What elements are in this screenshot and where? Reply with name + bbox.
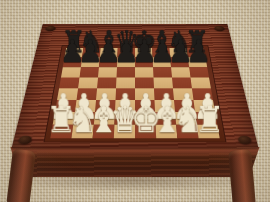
square-e8: ♚	[135, 48, 153, 57]
square-c5	[97, 78, 116, 89]
square-b2: ♟	[73, 112, 95, 125]
square-e2: ♟	[135, 112, 156, 125]
square-a5	[59, 78, 79, 89]
square-f8: ♝	[152, 48, 170, 57]
corner-knob-bottom-left	[18, 136, 33, 145]
square-c4	[96, 88, 116, 99]
chess-board: ♜♞♝♛♚♝♞♜♟♟♟♟♟♟♟♟♟♟♟♟♟♟♟♟♜♞♝♛♚♝♞♜	[50, 48, 219, 138]
square-e7: ♟	[135, 57, 153, 67]
square-a1: ♜	[50, 125, 73, 139]
square-e1: ♚	[135, 125, 156, 139]
square-a6	[61, 67, 81, 77]
square-h2: ♟	[195, 112, 217, 125]
square-d3	[115, 100, 135, 112]
square-c6	[98, 67, 117, 77]
square-g2: ♟	[175, 112, 197, 125]
square-h6	[189, 67, 209, 77]
square-a7: ♟	[63, 57, 82, 67]
board-frame: ♜♞♝♛♚♝♞♜♟♟♟♟♟♟♟♟♟♟♟♟♟♟♟♟♜♞♝♛♚♝♞♜	[43, 45, 226, 142]
piece-black-rook: ♜	[184, 26, 209, 56]
square-g4	[173, 88, 193, 99]
square-b7: ♟	[81, 57, 100, 67]
square-e5	[135, 78, 154, 89]
square-g1: ♞	[176, 125, 198, 139]
square-f1: ♝	[156, 125, 178, 139]
square-b5	[78, 78, 98, 89]
square-c1: ♝	[93, 125, 115, 139]
square-c8: ♝	[100, 48, 118, 57]
square-a3	[55, 100, 77, 112]
square-f2: ♟	[155, 112, 176, 125]
square-d1: ♛	[114, 125, 135, 139]
square-c3	[95, 100, 116, 112]
square-b4	[77, 88, 97, 99]
square-d2: ♟	[114, 112, 135, 125]
square-g8: ♞	[169, 48, 187, 57]
square-g5	[172, 78, 192, 89]
square-h7: ♟	[188, 57, 207, 67]
square-a8: ♜	[65, 48, 84, 57]
square-b3	[75, 100, 96, 112]
square-f4	[154, 88, 174, 99]
corner-knob-top-left	[45, 26, 56, 31]
corner-knob-bottom-right	[237, 136, 252, 145]
table-top: ♜♞♝♛♚♝♞♜♟♟♟♟♟♟♟♟♟♟♟♟♟♟♟♟♜♞♝♛♚♝♞♜	[12, 24, 259, 148]
square-h3	[193, 100, 215, 112]
square-g3	[174, 100, 195, 112]
square-d6	[116, 67, 135, 77]
square-f7: ♟	[153, 57, 171, 67]
square-d7: ♟	[117, 57, 135, 67]
square-b6	[79, 67, 98, 77]
square-d8: ♛	[117, 48, 135, 57]
table-apron	[8, 147, 262, 177]
square-b1: ♞	[71, 125, 93, 139]
square-f6	[153, 67, 172, 77]
square-h5	[191, 78, 211, 89]
square-c7: ♟	[99, 57, 117, 67]
square-g6	[171, 67, 190, 77]
square-h4	[192, 88, 213, 99]
square-d4	[116, 88, 135, 99]
square-h1: ♜	[197, 125, 220, 139]
square-a2: ♟	[53, 112, 75, 125]
square-e3	[135, 100, 155, 112]
square-e6	[135, 67, 154, 77]
square-h8: ♜	[187, 48, 206, 57]
square-f3	[154, 100, 175, 112]
square-a4	[57, 88, 78, 99]
corner-knob-top-right	[214, 26, 225, 31]
square-d5	[116, 78, 135, 89]
square-c2: ♟	[94, 112, 115, 125]
scene: ♜♞♝♛♚♝♞♜♟♟♟♟♟♟♟♟♟♟♟♟♟♟♟♟♜♞♝♛♚♝♞♜	[0, 0, 270, 202]
square-b8: ♞	[82, 48, 100, 57]
table-leg-right	[228, 149, 256, 202]
square-f5	[154, 78, 173, 89]
square-g7: ♟	[170, 57, 189, 67]
square-e4	[135, 88, 154, 99]
